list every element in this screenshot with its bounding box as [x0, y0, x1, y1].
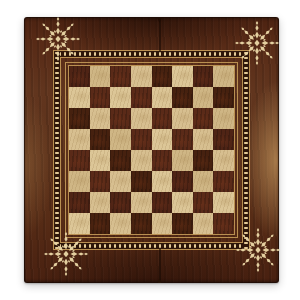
square-f2[interactable] [172, 192, 193, 213]
square-a6[interactable] [69, 108, 90, 129]
square-a1[interactable] [69, 213, 90, 234]
square-d7[interactable] [131, 87, 152, 108]
square-f8[interactable] [172, 66, 193, 87]
square-c3[interactable] [110, 171, 131, 192]
square-a4[interactable] [69, 150, 90, 171]
square-g1[interactable] [193, 213, 214, 234]
square-a7[interactable] [69, 87, 90, 108]
corner-star-inlay-bottom-right [236, 228, 280, 272]
square-d3[interactable] [131, 171, 152, 192]
square-b3[interactable] [90, 171, 111, 192]
square-b1[interactable] [90, 213, 111, 234]
square-f1[interactable] [172, 213, 193, 234]
square-c5[interactable] [110, 129, 131, 150]
square-c8[interactable] [110, 66, 131, 87]
square-f4[interactable] [172, 150, 193, 171]
mosaic-border-top [54, 51, 249, 57]
square-e2[interactable] [152, 192, 173, 213]
square-b6[interactable] [90, 108, 111, 129]
square-e5[interactable] [152, 129, 173, 150]
square-e8[interactable] [152, 66, 173, 87]
square-d5[interactable] [131, 129, 152, 150]
square-g8[interactable] [193, 66, 214, 87]
square-e6[interactable] [152, 108, 173, 129]
square-h8[interactable] [213, 66, 234, 87]
square-h1[interactable] [213, 213, 234, 234]
square-g5[interactable] [193, 129, 214, 150]
square-g2[interactable] [193, 192, 214, 213]
square-e4[interactable] [152, 150, 173, 171]
square-h5[interactable] [213, 129, 234, 150]
fold-seam-top [159, 18, 161, 51]
square-b2[interactable] [90, 192, 111, 213]
chess-board [24, 17, 279, 283]
mosaic-border-left [54, 51, 60, 249]
square-h2[interactable] [213, 192, 234, 213]
square-d6[interactable] [131, 108, 152, 129]
corner-star-inlay-top-left [36, 17, 80, 61]
square-c2[interactable] [110, 192, 131, 213]
corner-star-inlay-top-right [235, 21, 279, 65]
square-b5[interactable] [90, 129, 111, 150]
square-a5[interactable] [69, 129, 90, 150]
chessboard-grid [69, 66, 234, 234]
hinge-notch-bottom [158, 278, 162, 283]
square-g6[interactable] [193, 108, 214, 129]
corner-star-inlay-bottom-left [44, 232, 88, 276]
square-h7[interactable] [213, 87, 234, 108]
mosaic-border-bottom [54, 243, 249, 249]
hinge-notch-top [157, 17, 162, 23]
square-f5[interactable] [172, 129, 193, 150]
square-h6[interactable] [213, 108, 234, 129]
square-h4[interactable] [213, 150, 234, 171]
square-a3[interactable] [69, 171, 90, 192]
square-e3[interactable] [152, 171, 173, 192]
square-f7[interactable] [172, 87, 193, 108]
square-d4[interactable] [131, 150, 152, 171]
product-photo-canvas [0, 0, 300, 300]
square-g4[interactable] [193, 150, 214, 171]
square-f3[interactable] [172, 171, 193, 192]
square-g3[interactable] [193, 171, 214, 192]
mosaic-border-right [243, 51, 249, 249]
square-b8[interactable] [90, 66, 111, 87]
square-b7[interactable] [90, 87, 111, 108]
fold-seam-bottom [159, 249, 161, 282]
square-c6[interactable] [110, 108, 131, 129]
square-d8[interactable] [131, 66, 152, 87]
square-f6[interactable] [172, 108, 193, 129]
square-e1[interactable] [152, 213, 173, 234]
square-d1[interactable] [131, 213, 152, 234]
square-a2[interactable] [69, 192, 90, 213]
square-h3[interactable] [213, 171, 234, 192]
square-e7[interactable] [152, 87, 173, 108]
square-c4[interactable] [110, 150, 131, 171]
square-c1[interactable] [110, 213, 131, 234]
square-b4[interactable] [90, 150, 111, 171]
square-g7[interactable] [193, 87, 214, 108]
square-d2[interactable] [131, 192, 152, 213]
square-c7[interactable] [110, 87, 131, 108]
square-a8[interactable] [69, 66, 90, 87]
